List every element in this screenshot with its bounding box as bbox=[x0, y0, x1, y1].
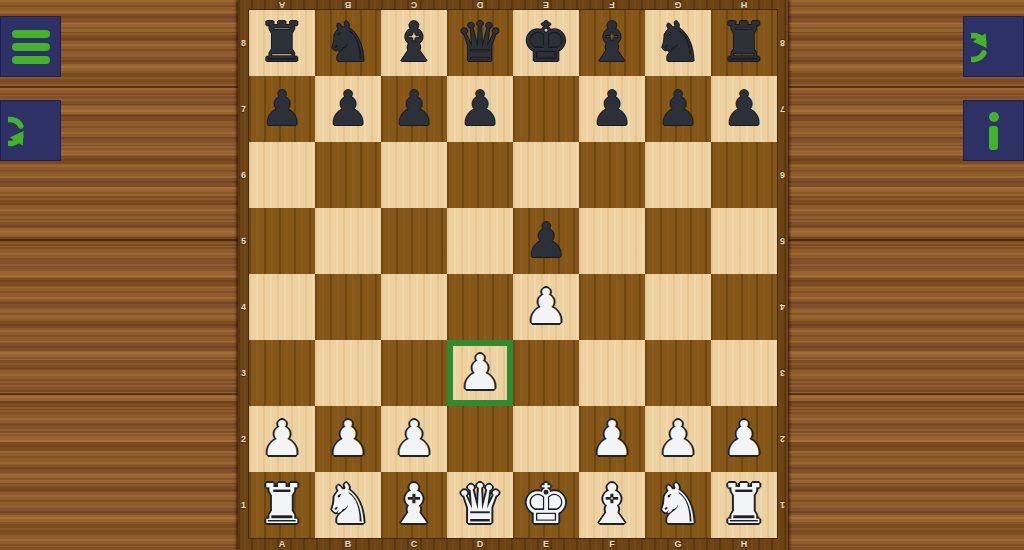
piece-black-bishop[interactable]: ♝ bbox=[389, 15, 438, 70]
piece-white-pawn[interactable]: ♟ bbox=[260, 414, 303, 462]
piece-black-pawn[interactable]: ♟ bbox=[722, 84, 765, 132]
rank-label-left-6: 6 bbox=[238, 142, 249, 208]
file-label-top-h: H bbox=[711, 0, 777, 10]
file-label-bottom-f: F bbox=[579, 538, 645, 550]
rank-label-right-2: 2 bbox=[777, 406, 788, 472]
square-c5[interactable] bbox=[381, 208, 447, 274]
file-label-bottom-a: A bbox=[249, 538, 315, 550]
piece-black-knight[interactable]: ♞ bbox=[653, 15, 702, 70]
piece-white-pawn[interactable]: ♟ bbox=[524, 282, 567, 330]
rank-label-left-1: 1 bbox=[238, 472, 249, 538]
square-f6[interactable] bbox=[579, 142, 645, 208]
square-d7[interactable]: ♟ bbox=[447, 76, 513, 142]
rank-labels-left: 87654321 bbox=[238, 10, 249, 538]
square-b4[interactable] bbox=[315, 274, 381, 340]
piece-black-rook[interactable]: ♜ bbox=[257, 15, 306, 70]
square-a7[interactable]: ♟ bbox=[249, 76, 315, 142]
square-c4[interactable] bbox=[381, 274, 447, 340]
square-c2[interactable]: ♟ bbox=[381, 406, 447, 472]
rank-label-left-5: 5 bbox=[238, 208, 249, 274]
info-icon bbox=[989, 112, 999, 150]
square-g6[interactable] bbox=[645, 142, 711, 208]
square-a6[interactable] bbox=[249, 142, 315, 208]
file-label-top-g: G bbox=[645, 0, 711, 10]
square-h8[interactable]: ♜ bbox=[711, 10, 777, 76]
square-d6[interactable] bbox=[447, 142, 513, 208]
piece-white-king[interactable]: ♚ bbox=[521, 477, 570, 532]
piece-white-bishop[interactable]: ♝ bbox=[389, 477, 438, 532]
square-g4[interactable] bbox=[645, 274, 711, 340]
square-f5[interactable] bbox=[579, 208, 645, 274]
info-button[interactable] bbox=[963, 100, 1024, 161]
piece-black-pawn[interactable]: ♟ bbox=[590, 84, 633, 132]
piece-white-pawn[interactable]: ♟ bbox=[326, 414, 369, 462]
rank-label-left-4: 4 bbox=[238, 274, 249, 340]
square-e1[interactable]: ♚ bbox=[513, 472, 579, 538]
square-g1[interactable]: ♞ bbox=[645, 472, 711, 538]
square-f3[interactable] bbox=[579, 340, 645, 406]
piece-white-pawn[interactable]: ♟ bbox=[392, 414, 435, 462]
piece-white-rook[interactable]: ♜ bbox=[719, 477, 768, 532]
file-label-bottom-d: D bbox=[447, 538, 513, 550]
square-a3[interactable] bbox=[249, 340, 315, 406]
menu-button[interactable] bbox=[0, 16, 61, 77]
square-f2[interactable]: ♟ bbox=[579, 406, 645, 472]
piece-black-pawn[interactable]: ♟ bbox=[392, 84, 435, 132]
square-g7[interactable]: ♟ bbox=[645, 76, 711, 142]
rank-labels-right: 87654321 bbox=[777, 10, 788, 538]
rank-label-right-8: 8 bbox=[777, 10, 788, 76]
chess-board: ABCDEFGH 87654321 ♜♞♝♛♚♝♞♜♟♟♟♟♟♟♟♟♟♟♟♟♟♟… bbox=[238, 0, 788, 550]
piece-white-pawn[interactable]: ♟ bbox=[590, 414, 633, 462]
square-d4[interactable] bbox=[447, 274, 513, 340]
square-g3[interactable] bbox=[645, 340, 711, 406]
piece-white-pawn[interactable]: ♟ bbox=[458, 348, 501, 396]
rank-label-left-2: 2 bbox=[238, 406, 249, 472]
board-grid: ♜♞♝♛♚♝♞♜♟♟♟♟♟♟♟♟♟♟♟♟♟♟♟♟♜♞♝♛♚♝♞♜ bbox=[249, 10, 777, 538]
undo-button[interactable] bbox=[963, 16, 1024, 77]
square-e5[interactable]: ♟ bbox=[513, 208, 579, 274]
square-h4[interactable] bbox=[711, 274, 777, 340]
square-c1[interactable]: ♝ bbox=[381, 472, 447, 538]
square-c7[interactable]: ♟ bbox=[381, 76, 447, 142]
rank-label-left-7: 7 bbox=[238, 76, 249, 142]
piece-white-knight[interactable]: ♞ bbox=[323, 477, 372, 532]
square-c3[interactable] bbox=[381, 340, 447, 406]
square-h7[interactable]: ♟ bbox=[711, 76, 777, 142]
rank-label-right-1: 1 bbox=[777, 472, 788, 538]
square-g8[interactable]: ♞ bbox=[645, 10, 711, 76]
piece-black-pawn[interactable]: ♟ bbox=[260, 84, 303, 132]
piece-white-rook[interactable]: ♜ bbox=[257, 477, 306, 532]
square-e4[interactable]: ♟ bbox=[513, 274, 579, 340]
square-e3[interactable] bbox=[513, 340, 579, 406]
square-a1[interactable]: ♜ bbox=[249, 472, 315, 538]
square-c8[interactable]: ♝ bbox=[381, 10, 447, 76]
square-b6[interactable] bbox=[315, 142, 381, 208]
square-d2[interactable] bbox=[447, 406, 513, 472]
rank-label-right-6: 6 bbox=[777, 142, 788, 208]
rotate-icon bbox=[8, 108, 54, 154]
piece-black-king[interactable]: ♚ bbox=[521, 15, 570, 70]
piece-white-queen[interactable]: ♛ bbox=[455, 477, 504, 532]
file-label-top-b: B bbox=[315, 0, 381, 10]
square-e8[interactable]: ♚ bbox=[513, 10, 579, 76]
piece-white-bishop[interactable]: ♝ bbox=[587, 477, 636, 532]
square-a4[interactable] bbox=[249, 274, 315, 340]
rank-label-right-3: 3 bbox=[777, 340, 788, 406]
file-label-bottom-c: C bbox=[381, 538, 447, 550]
file-labels-top: ABCDEFGH bbox=[249, 0, 777, 10]
file-label-bottom-g: G bbox=[645, 538, 711, 550]
square-c6[interactable] bbox=[381, 142, 447, 208]
square-b7[interactable]: ♟ bbox=[315, 76, 381, 142]
file-label-top-e: E bbox=[513, 0, 579, 10]
square-h1[interactable]: ♜ bbox=[711, 472, 777, 538]
file-label-bottom-e: E bbox=[513, 538, 579, 550]
square-h5[interactable] bbox=[711, 208, 777, 274]
piece-black-pawn[interactable]: ♟ bbox=[326, 84, 369, 132]
square-d3[interactable]: ♟ bbox=[447, 340, 513, 406]
rank-label-left-8: 8 bbox=[238, 10, 249, 76]
square-f4[interactable] bbox=[579, 274, 645, 340]
square-d1[interactable]: ♛ bbox=[447, 472, 513, 538]
square-b5[interactable] bbox=[315, 208, 381, 274]
square-g5[interactable] bbox=[645, 208, 711, 274]
piece-black-pawn[interactable]: ♟ bbox=[524, 216, 567, 264]
square-h2[interactable]: ♟ bbox=[711, 406, 777, 472]
file-label-top-f: F bbox=[579, 0, 645, 10]
square-e7[interactable] bbox=[513, 76, 579, 142]
square-a2[interactable]: ♟ bbox=[249, 406, 315, 472]
file-label-bottom-b: B bbox=[315, 538, 381, 550]
square-h6[interactable] bbox=[711, 142, 777, 208]
file-labels-bottom: ABCDEFGH bbox=[249, 538, 777, 550]
file-label-top-c: C bbox=[381, 0, 447, 10]
square-e6[interactable] bbox=[513, 142, 579, 208]
square-a8[interactable]: ♜ bbox=[249, 10, 315, 76]
square-d8[interactable]: ♛ bbox=[447, 10, 513, 76]
rank-label-right-4: 4 bbox=[777, 274, 788, 340]
rank-label-right-5: 5 bbox=[777, 208, 788, 274]
piece-white-knight[interactable]: ♞ bbox=[653, 477, 702, 532]
rank-label-right-7: 7 bbox=[777, 76, 788, 142]
piece-black-pawn[interactable]: ♟ bbox=[656, 84, 699, 132]
rank-label-left-3: 3 bbox=[238, 340, 249, 406]
file-label-bottom-h: H bbox=[711, 538, 777, 550]
piece-white-pawn[interactable]: ♟ bbox=[656, 414, 699, 462]
piece-black-knight[interactable]: ♞ bbox=[323, 15, 372, 70]
square-a5[interactable] bbox=[249, 208, 315, 274]
square-f7[interactable]: ♟ bbox=[579, 76, 645, 142]
file-label-top-a: A bbox=[249, 0, 315, 10]
piece-white-pawn[interactable]: ♟ bbox=[722, 414, 765, 462]
piece-black-pawn[interactable]: ♟ bbox=[458, 84, 501, 132]
square-d5[interactable] bbox=[447, 208, 513, 274]
file-label-top-d: D bbox=[447, 0, 513, 10]
undo-arrow-icon bbox=[971, 24, 1017, 70]
hamburger-icon bbox=[12, 30, 50, 64]
square-b8[interactable]: ♞ bbox=[315, 10, 381, 76]
piece-black-rook[interactable]: ♜ bbox=[719, 15, 768, 70]
square-e2[interactable] bbox=[513, 406, 579, 472]
square-h3[interactable] bbox=[711, 340, 777, 406]
square-f1[interactable]: ♝ bbox=[579, 472, 645, 538]
square-f8[interactable]: ♝ bbox=[579, 10, 645, 76]
square-b1[interactable]: ♞ bbox=[315, 472, 381, 538]
square-b3[interactable] bbox=[315, 340, 381, 406]
piece-black-queen[interactable]: ♛ bbox=[455, 15, 504, 70]
square-b2[interactable]: ♟ bbox=[315, 406, 381, 472]
chess-app-screen: { "game": "chess", "position": { "fen": … bbox=[0, 0, 1024, 550]
restart-button[interactable] bbox=[0, 100, 61, 161]
piece-black-bishop[interactable]: ♝ bbox=[587, 15, 636, 70]
square-g2[interactable]: ♟ bbox=[645, 406, 711, 472]
